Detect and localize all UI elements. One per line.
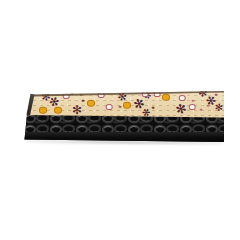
flower-icon: ✻ — [132, 96, 147, 112]
doormat: ✻✻✻✻✻✻✻✻✻✻✻ — [24, 88, 224, 146]
speck-dot — [82, 100, 85, 102]
flower-icon: ✻ — [141, 90, 153, 102]
ring-dot — [189, 104, 196, 110]
yellow-dot — [39, 107, 47, 114]
speck-dot — [192, 100, 195, 102]
flower-icon: ✻ — [47, 95, 61, 110]
speck-dot — [207, 105, 210, 107]
flower-icon: ✻ — [116, 90, 128, 103]
product-photo: ✻✻✻✻✻✻✻✻✻✻✻ — [0, 0, 240, 240]
speck-dot — [200, 109, 203, 111]
speck-dot — [215, 94, 218, 96]
ring-dot — [154, 91, 161, 97]
flower-icon: ✻ — [41, 91, 52, 103]
speck-dot — [119, 106, 122, 108]
yellow-dot — [162, 94, 170, 101]
flower-icon: ✻ — [72, 104, 82, 116]
ring-dot — [179, 95, 186, 101]
ring-dot — [106, 104, 113, 110]
flower-icon: ✻ — [174, 101, 188, 116]
flower-icon: ✻ — [214, 103, 223, 114]
yellow-dot — [87, 100, 95, 107]
yellow-dot — [123, 102, 131, 109]
flower-icon: ✻ — [204, 93, 218, 108]
yellow-dot — [54, 107, 62, 114]
speck-dot — [152, 107, 155, 109]
